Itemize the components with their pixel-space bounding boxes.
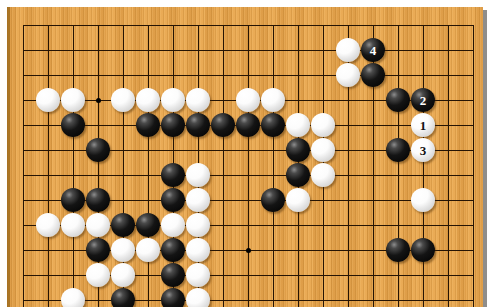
board-cell[interactable] <box>436 188 461 213</box>
board-cell[interactable] <box>211 38 236 63</box>
board-cell[interactable] <box>411 238 436 263</box>
board-cell[interactable] <box>311 88 336 113</box>
stone-white[interactable] <box>186 163 210 187</box>
board-cell[interactable] <box>36 288 61 307</box>
board-cell[interactable] <box>311 263 336 288</box>
board-cell[interactable] <box>311 113 336 138</box>
board-cell[interactable] <box>211 138 236 163</box>
board-cell[interactable] <box>11 263 36 288</box>
board-cell[interactable] <box>311 188 336 213</box>
stone-black[interactable] <box>386 88 410 112</box>
board-cell[interactable] <box>236 38 261 63</box>
stone-white[interactable] <box>411 188 435 212</box>
stone-black[interactable] <box>61 188 85 212</box>
stone-white[interactable] <box>261 88 285 112</box>
board-cell[interactable] <box>211 13 236 38</box>
stone-black[interactable] <box>86 188 110 212</box>
board-cell[interactable] <box>211 88 236 113</box>
board-cell[interactable] <box>36 163 61 188</box>
board-cell[interactable] <box>336 263 361 288</box>
board-cell[interactable] <box>161 38 186 63</box>
board-cell[interactable] <box>36 263 61 288</box>
board-cell[interactable] <box>436 38 461 63</box>
board-cell[interactable] <box>361 138 386 163</box>
board-cell[interactable] <box>111 113 136 138</box>
board-cell[interactable] <box>386 288 411 307</box>
board-cell[interactable] <box>261 213 286 238</box>
board-cell[interactable] <box>211 113 236 138</box>
stone-white[interactable] <box>236 88 260 112</box>
stone-white[interactable] <box>186 238 210 262</box>
board-cell[interactable] <box>386 238 411 263</box>
board-cell[interactable] <box>61 188 86 213</box>
stone-white[interactable] <box>111 263 135 287</box>
board-cell[interactable] <box>86 263 111 288</box>
board-cell[interactable] <box>161 88 186 113</box>
board-cell[interactable] <box>11 238 36 263</box>
stone-black[interactable] <box>286 163 310 187</box>
board-cell[interactable] <box>61 238 86 263</box>
board-cell[interactable] <box>11 213 36 238</box>
board-cell[interactable] <box>411 163 436 188</box>
stone-white[interactable]: 1 <box>411 113 435 137</box>
stone-black[interactable] <box>61 113 85 137</box>
board-cell[interactable] <box>111 63 136 88</box>
board-cell[interactable] <box>236 138 261 163</box>
stone-white[interactable] <box>36 213 60 237</box>
stone-white[interactable] <box>61 88 85 112</box>
stone-black[interactable] <box>161 263 185 287</box>
board-cell[interactable] <box>61 13 86 38</box>
board-cell[interactable] <box>386 88 411 113</box>
board-cell[interactable] <box>86 38 111 63</box>
board-cell[interactable] <box>161 188 186 213</box>
board-cell[interactable] <box>161 238 186 263</box>
board-cell[interactable] <box>236 238 261 263</box>
board-cell[interactable] <box>236 213 261 238</box>
board-cell[interactable] <box>86 213 111 238</box>
board-cell[interactable] <box>411 213 436 238</box>
stone-white[interactable] <box>86 213 110 237</box>
stone-black[interactable] <box>111 213 135 237</box>
board-cell[interactable] <box>336 38 361 63</box>
board-cell[interactable] <box>186 138 211 163</box>
board-cell[interactable] <box>261 163 286 188</box>
board-cell[interactable] <box>211 263 236 288</box>
board-cell[interactable] <box>461 213 486 238</box>
board-cell[interactable] <box>11 63 36 88</box>
stone-white[interactable] <box>311 113 335 137</box>
board-cell[interactable] <box>36 38 61 63</box>
stone-white[interactable] <box>136 238 160 262</box>
board-cell[interactable] <box>286 163 311 188</box>
board-cell[interactable] <box>261 288 286 307</box>
board-cell[interactable] <box>311 13 336 38</box>
board-cell[interactable] <box>61 263 86 288</box>
stone-white[interactable] <box>286 113 310 137</box>
board-cell[interactable] <box>311 288 336 307</box>
stone-black[interactable] <box>86 138 110 162</box>
board-cell[interactable] <box>86 138 111 163</box>
board-cell[interactable] <box>461 163 486 188</box>
go-board-screenshot: 4213 <box>0 0 500 307</box>
board-cell[interactable] <box>261 113 286 138</box>
board-cell[interactable] <box>286 138 311 163</box>
board-cell[interactable] <box>211 188 236 213</box>
board-cell[interactable] <box>361 288 386 307</box>
board-cell[interactable] <box>161 113 186 138</box>
board-cell[interactable] <box>436 138 461 163</box>
board-cell[interactable] <box>236 13 261 38</box>
board-cell[interactable] <box>361 213 386 238</box>
board-cell[interactable] <box>236 188 261 213</box>
board-cell[interactable] <box>61 38 86 63</box>
board-cell[interactable] <box>386 113 411 138</box>
board-cell[interactable] <box>161 138 186 163</box>
board-cell[interactable] <box>361 88 386 113</box>
stone-black[interactable]: 4 <box>361 38 385 62</box>
board-cell[interactable] <box>461 188 486 213</box>
move-number-label: 2 <box>420 94 427 107</box>
board-cell[interactable] <box>136 263 161 288</box>
board-cell[interactable] <box>186 13 211 38</box>
board-cell[interactable] <box>36 13 61 38</box>
stone-black[interactable]: 2 <box>411 88 435 112</box>
board-cell[interactable] <box>311 163 336 188</box>
stone-white[interactable] <box>86 263 110 287</box>
board-cell[interactable] <box>186 213 211 238</box>
stone-white[interactable]: 3 <box>411 138 435 162</box>
board-cell[interactable] <box>36 213 61 238</box>
stone-black[interactable] <box>261 188 285 212</box>
board-cell[interactable] <box>461 138 486 163</box>
board-cell[interactable] <box>336 188 361 213</box>
stone-black[interactable] <box>211 113 235 137</box>
board-cell[interactable] <box>36 138 61 163</box>
board-cell[interactable] <box>411 263 436 288</box>
board-cell[interactable] <box>336 288 361 307</box>
stone-black[interactable] <box>136 113 160 137</box>
board-cell[interactable] <box>136 88 161 113</box>
board-cell[interactable] <box>336 13 361 38</box>
board-cell[interactable] <box>111 263 136 288</box>
stone-black[interactable] <box>186 113 210 137</box>
board-cell[interactable] <box>286 213 311 238</box>
board-cell[interactable] <box>436 13 461 38</box>
stone-black[interactable] <box>411 238 435 262</box>
board-cell[interactable] <box>286 13 311 38</box>
stone-white[interactable] <box>311 138 335 162</box>
board-cell[interactable] <box>461 113 486 138</box>
move-number-label: 3 <box>420 144 427 157</box>
board-cell[interactable] <box>111 138 136 163</box>
board-cell[interactable] <box>461 13 486 38</box>
board-cell[interactable] <box>311 138 336 163</box>
board-cell[interactable] <box>211 213 236 238</box>
board-cell[interactable] <box>461 288 486 307</box>
board-cell[interactable] <box>361 13 386 38</box>
board-cell[interactable] <box>186 113 211 138</box>
board-cell[interactable] <box>436 88 461 113</box>
board-cell[interactable]: 1 <box>411 113 436 138</box>
board-cell[interactable] <box>186 163 211 188</box>
board-cell[interactable] <box>361 163 386 188</box>
stone-white[interactable] <box>61 213 85 237</box>
board-cell[interactable] <box>11 138 36 163</box>
stone-white[interactable] <box>161 213 185 237</box>
board-cell[interactable] <box>136 113 161 138</box>
board-cell[interactable] <box>436 113 461 138</box>
board-cell[interactable] <box>186 88 211 113</box>
board-cell[interactable] <box>336 138 361 163</box>
move-number-label: 4 <box>370 44 377 57</box>
board-cell[interactable] <box>286 188 311 213</box>
board-cell[interactable] <box>261 13 286 38</box>
board-cell[interactable] <box>111 188 136 213</box>
board-cell[interactable] <box>411 13 436 38</box>
board-cell[interactable] <box>36 88 61 113</box>
stone-black[interactable] <box>261 113 285 137</box>
board-cell[interactable] <box>36 63 61 88</box>
board-cell[interactable] <box>61 288 86 307</box>
board-cell[interactable] <box>236 63 261 88</box>
board-cell[interactable] <box>361 188 386 213</box>
board-cell[interactable] <box>386 13 411 38</box>
board-cell[interactable] <box>286 63 311 88</box>
stone-white[interactable] <box>111 238 135 262</box>
board-cell[interactable] <box>261 263 286 288</box>
board-cell[interactable] <box>461 263 486 288</box>
board-cell[interactable] <box>311 238 336 263</box>
board-cell[interactable] <box>286 113 311 138</box>
board-cell[interactable] <box>86 113 111 138</box>
board-cell[interactable] <box>136 38 161 63</box>
board-cell[interactable] <box>11 288 36 307</box>
board-cell[interactable] <box>386 38 411 63</box>
board-cell[interactable] <box>236 263 261 288</box>
board-cell[interactable] <box>211 63 236 88</box>
board-cell[interactable] <box>11 88 36 113</box>
board-cell[interactable] <box>136 238 161 263</box>
stone-white[interactable] <box>336 63 360 87</box>
board-cell[interactable] <box>61 163 86 188</box>
stone-black[interactable] <box>361 63 385 87</box>
board-cell[interactable] <box>86 88 111 113</box>
board-cell[interactable] <box>236 163 261 188</box>
board-cell[interactable] <box>261 38 286 63</box>
stone-white[interactable] <box>136 88 160 112</box>
board-cell[interactable] <box>161 263 186 288</box>
board-cell[interactable] <box>111 288 136 307</box>
board-cell[interactable] <box>436 63 461 88</box>
board-cell[interactable] <box>386 63 411 88</box>
board-cells-layer: 4213 <box>11 13 486 307</box>
board-cell[interactable] <box>311 38 336 63</box>
board-cell[interactable] <box>311 213 336 238</box>
board-cell[interactable] <box>461 63 486 88</box>
board-cell[interactable] <box>386 213 411 238</box>
stone-black[interactable] <box>161 238 185 262</box>
board-cell[interactable]: 4 <box>361 38 386 63</box>
board-cell[interactable] <box>11 188 36 213</box>
board-cell[interactable] <box>111 213 136 238</box>
stone-white[interactable] <box>186 213 210 237</box>
stone-white[interactable] <box>311 163 335 187</box>
board-cell[interactable] <box>361 63 386 88</box>
board-cell[interactable] <box>361 113 386 138</box>
stone-black[interactable] <box>236 113 260 137</box>
board-cell[interactable] <box>136 138 161 163</box>
board-cell[interactable] <box>361 238 386 263</box>
board-cell[interactable] <box>61 113 86 138</box>
board-left-edge <box>7 7 10 307</box>
stone-black[interactable] <box>161 113 185 137</box>
stone-black[interactable] <box>111 288 135 307</box>
board-cell[interactable] <box>111 88 136 113</box>
stone-black[interactable] <box>161 188 185 212</box>
board-cell[interactable] <box>211 163 236 188</box>
board-cell[interactable] <box>136 163 161 188</box>
board-cell[interactable]: 2 <box>411 88 436 113</box>
board-cell[interactable] <box>411 38 436 63</box>
board-cell[interactable] <box>61 213 86 238</box>
board-cell[interactable] <box>236 288 261 307</box>
board-cell[interactable] <box>161 213 186 238</box>
stone-white[interactable] <box>186 88 210 112</box>
board-cell[interactable] <box>86 188 111 213</box>
board-cell[interactable] <box>336 63 361 88</box>
board-cell[interactable] <box>86 13 111 38</box>
stone-white[interactable] <box>61 288 85 307</box>
board-cell[interactable] <box>36 238 61 263</box>
board-cell[interactable] <box>436 263 461 288</box>
board-cell[interactable] <box>386 263 411 288</box>
board-cell[interactable] <box>161 288 186 307</box>
board-cell[interactable] <box>436 288 461 307</box>
stone-black[interactable] <box>386 238 410 262</box>
board-cell[interactable] <box>186 188 211 213</box>
board-cell[interactable] <box>261 238 286 263</box>
board-cell[interactable] <box>236 88 261 113</box>
stone-white[interactable] <box>111 88 135 112</box>
board-cell[interactable] <box>386 138 411 163</box>
board-cell[interactable] <box>36 113 61 138</box>
stone-black[interactable] <box>86 238 110 262</box>
board-cell[interactable] <box>336 88 361 113</box>
board-cell[interactable] <box>111 38 136 63</box>
board-cell[interactable] <box>136 213 161 238</box>
board-cell[interactable] <box>186 238 211 263</box>
board-cell[interactable] <box>336 113 361 138</box>
board-cell[interactable] <box>61 63 86 88</box>
board-cell[interactable] <box>11 113 36 138</box>
board-cell[interactable] <box>11 163 36 188</box>
board-cell[interactable] <box>111 163 136 188</box>
board-cell[interactable] <box>336 238 361 263</box>
stone-white[interactable] <box>186 263 210 287</box>
board-cell[interactable] <box>236 113 261 138</box>
board-cell[interactable] <box>36 188 61 213</box>
board-cell[interactable]: 3 <box>411 138 436 163</box>
stone-white[interactable] <box>36 88 60 112</box>
board-cell[interactable] <box>61 138 86 163</box>
board-cell[interactable] <box>411 63 436 88</box>
stone-black[interactable] <box>386 138 410 162</box>
board-cell[interactable] <box>86 238 111 263</box>
board-cell[interactable] <box>211 288 236 307</box>
board-cell[interactable] <box>11 13 36 38</box>
board-cell[interactable] <box>111 238 136 263</box>
board-cell[interactable] <box>211 238 236 263</box>
stone-white[interactable] <box>336 38 360 62</box>
board-cell[interactable] <box>436 238 461 263</box>
board-cell[interactable] <box>136 13 161 38</box>
board-cell[interactable] <box>86 63 111 88</box>
board-cell[interactable] <box>386 188 411 213</box>
board-cell[interactable] <box>336 163 361 188</box>
board-cell[interactable] <box>186 38 211 63</box>
board-cell[interactable] <box>261 88 286 113</box>
board-cell[interactable] <box>286 263 311 288</box>
board-cell[interactable] <box>286 238 311 263</box>
board-cell[interactable] <box>261 188 286 213</box>
board-cell[interactable] <box>461 238 486 263</box>
stone-white[interactable] <box>286 188 310 212</box>
board-cell[interactable] <box>286 288 311 307</box>
stone-black[interactable] <box>161 163 185 187</box>
board-cell[interactable] <box>161 63 186 88</box>
stone-white[interactable] <box>186 188 210 212</box>
board-cell[interactable] <box>286 88 311 113</box>
board-cell[interactable] <box>411 188 436 213</box>
board-cell[interactable] <box>461 88 486 113</box>
board-cell[interactable] <box>386 163 411 188</box>
board-cell[interactable] <box>261 63 286 88</box>
stone-white[interactable] <box>186 288 210 307</box>
board-cell[interactable] <box>161 163 186 188</box>
board-cell[interactable] <box>311 63 336 88</box>
board-cell[interactable] <box>11 38 36 63</box>
board-cell[interactable] <box>336 213 361 238</box>
board-cell[interactable] <box>461 38 486 63</box>
board-cell[interactable] <box>286 38 311 63</box>
stone-black[interactable] <box>286 138 310 162</box>
board-cell[interactable] <box>161 13 186 38</box>
board-cell[interactable] <box>186 263 211 288</box>
stone-white[interactable] <box>161 88 185 112</box>
board-cell[interactable] <box>361 263 386 288</box>
board-cell[interactable] <box>261 138 286 163</box>
move-number-label: 1 <box>420 119 427 132</box>
board-cell[interactable] <box>61 88 86 113</box>
board-cell[interactable] <box>436 213 461 238</box>
board-cell[interactable] <box>86 288 111 307</box>
board-cell[interactable] <box>186 63 211 88</box>
board-cell[interactable] <box>111 13 136 38</box>
board-cell[interactable] <box>86 163 111 188</box>
board-cell[interactable] <box>436 163 461 188</box>
board-cell[interactable] <box>136 63 161 88</box>
board-cell[interactable] <box>136 288 161 307</box>
stone-black[interactable] <box>161 288 185 307</box>
board-cell[interactable] <box>136 188 161 213</box>
board-cell[interactable] <box>186 288 211 307</box>
board-cell[interactable] <box>411 288 436 307</box>
stone-black[interactable] <box>136 213 160 237</box>
